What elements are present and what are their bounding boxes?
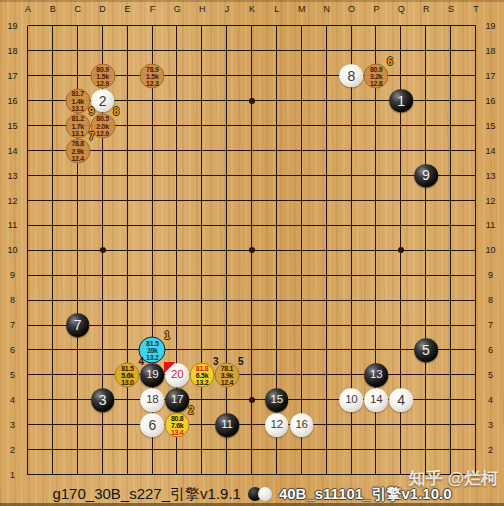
board-cell[interactable]	[339, 88, 364, 113]
board-cell[interactable]	[339, 263, 364, 288]
board-cell[interactable]	[40, 113, 65, 138]
board-cell[interactable]	[264, 338, 289, 363]
board-cell[interactable]	[414, 238, 439, 263]
board-cell[interactable]	[289, 188, 314, 213]
board-cell[interactable]	[165, 263, 190, 288]
board-cell[interactable]	[165, 437, 190, 462]
board-cell[interactable]	[314, 138, 339, 163]
board-cell[interactable]	[314, 263, 339, 288]
board-cell[interactable]	[389, 163, 414, 188]
board-cell[interactable]	[389, 437, 414, 462]
board-cell[interactable]	[239, 437, 264, 462]
board-cell[interactable]: 16	[289, 413, 314, 438]
board-cell[interactable]	[16, 437, 41, 462]
board-cell[interactable]	[264, 238, 289, 263]
board-cell[interactable]	[115, 238, 140, 263]
board-cell[interactable]	[90, 213, 115, 238]
board-cell[interactable]	[115, 113, 140, 138]
board-cell[interactable]	[289, 338, 314, 363]
board-cell[interactable]	[289, 388, 314, 413]
board-cell[interactable]	[463, 363, 488, 388]
board-cell[interactable]	[165, 63, 190, 88]
board-cell[interactable]	[140, 288, 165, 313]
board-cell[interactable]	[115, 388, 140, 413]
board-cell[interactable]	[314, 113, 339, 138]
candidate-move[interactable]: 78.82.9k12.47	[65, 138, 90, 163]
board-cell[interactable]	[40, 413, 65, 438]
board-cell[interactable]	[463, 88, 488, 113]
board-cell[interactable]	[16, 63, 41, 88]
board-cell[interactable]	[215, 163, 240, 188]
board-cell[interactable]	[463, 188, 488, 213]
board-cell[interactable]	[165, 38, 190, 63]
board-cell[interactable]	[463, 138, 488, 163]
board-cell[interactable]	[40, 238, 65, 263]
board-cell[interactable]	[40, 313, 65, 338]
board-cell[interactable]	[414, 138, 439, 163]
board-cell[interactable]	[190, 113, 215, 138]
board-cell[interactable]	[40, 338, 65, 363]
board-cell[interactable]	[339, 188, 364, 213]
board-cell[interactable]	[190, 188, 215, 213]
board-cell[interactable]	[389, 263, 414, 288]
board-cell[interactable]	[438, 213, 463, 238]
board-cell[interactable]	[40, 388, 65, 413]
board-cell[interactable]	[339, 313, 364, 338]
board-cell[interactable]	[314, 88, 339, 113]
board-cell[interactable]	[65, 413, 90, 438]
board-cell[interactable]	[115, 163, 140, 188]
board-cell[interactable]	[438, 38, 463, 63]
board-cell[interactable]	[239, 88, 264, 113]
board-cell[interactable]	[289, 138, 314, 163]
board-cell[interactable]	[215, 14, 240, 39]
candidate-move[interactable]: 81.21.7k13.19	[65, 113, 90, 138]
board-cell[interactable]	[463, 288, 488, 313]
board-cell[interactable]	[40, 437, 65, 462]
board-cell[interactable]	[16, 288, 41, 313]
goban[interactable]: 80.91.5k12.978.91.5k12.3880.93.2k12.8681…	[16, 14, 489, 488]
board-cell[interactable]	[463, 63, 488, 88]
board-cell[interactable]	[40, 138, 65, 163]
board-cell[interactable]	[289, 313, 314, 338]
board-cell[interactable]	[190, 338, 215, 363]
board-cell[interactable]: 5	[414, 338, 439, 363]
board-cell[interactable]	[65, 437, 90, 462]
board-cell[interactable]: 14	[364, 388, 389, 413]
board-cell[interactable]	[65, 238, 90, 263]
board-cell[interactable]: 81.55.6k13.04	[115, 363, 140, 388]
board-cell[interactable]	[289, 238, 314, 263]
board-cell[interactable]	[215, 288, 240, 313]
board-cell[interactable]	[414, 388, 439, 413]
board-cell[interactable]	[414, 38, 439, 63]
board-cell[interactable]	[438, 288, 463, 313]
board-cell[interactable]	[438, 63, 463, 88]
board-cell[interactable]	[414, 113, 439, 138]
board-cell[interactable]	[314, 14, 339, 39]
board-cell[interactable]: 18	[140, 388, 165, 413]
board-cell[interactable]	[314, 388, 339, 413]
board-cell[interactable]: 78.82.9k12.47	[65, 138, 90, 163]
board-cell[interactable]	[165, 113, 190, 138]
board-cell[interactable]	[264, 163, 289, 188]
board-cell[interactable]	[264, 437, 289, 462]
board-cell[interactable]	[339, 213, 364, 238]
board-cell[interactable]	[438, 113, 463, 138]
board-cell[interactable]	[389, 188, 414, 213]
board-cell[interactable]	[289, 63, 314, 88]
board-cell[interactable]	[16, 163, 41, 188]
board-cell[interactable]	[389, 338, 414, 363]
board-cell[interactable]	[364, 188, 389, 213]
board-cell[interactable]	[364, 138, 389, 163]
board-cell[interactable]	[140, 113, 165, 138]
candidate-move[interactable]: 78.91.5k12.3	[140, 63, 165, 88]
board-cell[interactable]	[339, 163, 364, 188]
board-cell[interactable]	[438, 163, 463, 188]
board-cell[interactable]	[165, 14, 190, 39]
board-cell[interactable]	[314, 363, 339, 388]
board-cell[interactable]: 1	[389, 88, 414, 113]
board-cell[interactable]	[190, 288, 215, 313]
board-cell[interactable]	[438, 437, 463, 462]
board-cell[interactable]	[364, 263, 389, 288]
board-cell[interactable]	[264, 188, 289, 213]
board-cell[interactable]	[90, 263, 115, 288]
board-cell[interactable]: 3	[90, 388, 115, 413]
board-cell[interactable]	[215, 437, 240, 462]
board-cell[interactable]: 13	[364, 363, 389, 388]
board-cell[interactable]	[463, 38, 488, 63]
board-cell[interactable]: 6	[140, 413, 165, 438]
candidate-move[interactable]: 80.93.2k12.86	[364, 63, 389, 88]
board-cell[interactable]	[65, 363, 90, 388]
board-cell[interactable]	[414, 63, 439, 88]
board-cell[interactable]	[115, 138, 140, 163]
board-cell[interactable]	[16, 313, 41, 338]
board-cell[interactable]	[115, 288, 140, 313]
board-cell[interactable]	[239, 288, 264, 313]
board-cell[interactable]	[438, 413, 463, 438]
board-cell[interactable]	[314, 188, 339, 213]
board-cell[interactable]	[115, 14, 140, 39]
board-cell[interactable]	[438, 363, 463, 388]
board-cell[interactable]	[140, 163, 165, 188]
board-cell[interactable]	[339, 338, 364, 363]
board-cell[interactable]	[190, 63, 215, 88]
board-cell[interactable]	[115, 263, 140, 288]
board-cell[interactable]: 17	[165, 388, 190, 413]
board-cell[interactable]	[438, 238, 463, 263]
board-cell[interactable]	[239, 313, 264, 338]
board-cell[interactable]	[40, 88, 65, 113]
board-cell[interactable]	[165, 188, 190, 213]
board-cell[interactable]	[16, 213, 41, 238]
board-cell[interactable]	[264, 138, 289, 163]
board-cell[interactable]	[463, 338, 488, 363]
board-cell[interactable]	[239, 388, 264, 413]
board-cell[interactable]	[339, 437, 364, 462]
board-cell[interactable]	[314, 437, 339, 462]
board-cell[interactable]	[190, 413, 215, 438]
board-cell[interactable]	[289, 88, 314, 113]
board-cell[interactable]	[215, 63, 240, 88]
candidate-move[interactable]: 78.13.9k12.45	[214, 363, 239, 388]
board-cell[interactable]: 11	[215, 413, 240, 438]
board-cell[interactable]	[289, 263, 314, 288]
board-cell[interactable]	[389, 313, 414, 338]
board-cell[interactable]	[438, 338, 463, 363]
board-cell[interactable]	[264, 113, 289, 138]
board-cell[interactable]	[364, 338, 389, 363]
board-cell[interactable]	[115, 63, 140, 88]
board-cell[interactable]	[264, 88, 289, 113]
board-cell[interactable]	[414, 88, 439, 113]
board-cell[interactable]	[314, 413, 339, 438]
board-cell[interactable]	[215, 188, 240, 213]
board-cell[interactable]	[90, 363, 115, 388]
board-cell[interactable]	[90, 138, 115, 163]
board-cell[interactable]	[165, 338, 190, 363]
board-cell[interactable]	[438, 388, 463, 413]
board-cell[interactable]: 4	[389, 388, 414, 413]
board-cell[interactable]	[463, 163, 488, 188]
board-cell[interactable]: 20	[165, 363, 190, 388]
board-cell[interactable]: 80.93.2k12.86	[364, 63, 389, 88]
board-cell[interactable]	[289, 38, 314, 63]
board-cell[interactable]	[215, 138, 240, 163]
board-cell[interactable]	[90, 14, 115, 39]
board-cell[interactable]	[16, 388, 41, 413]
board-cell[interactable]	[215, 263, 240, 288]
board-cell[interactable]: 81.86.5k13.23	[190, 363, 215, 388]
board-cell[interactable]	[389, 113, 414, 138]
board-cell[interactable]	[190, 14, 215, 39]
board-cell[interactable]	[90, 288, 115, 313]
board-cell[interactable]	[438, 263, 463, 288]
board-cell[interactable]: 19	[140, 363, 165, 388]
board-cell[interactable]	[414, 14, 439, 39]
board-cell[interactable]	[438, 313, 463, 338]
board-cell[interactable]	[165, 88, 190, 113]
board-cell[interactable]	[438, 188, 463, 213]
board-cell[interactable]	[190, 38, 215, 63]
board-cell[interactable]	[190, 163, 215, 188]
board-cell[interactable]	[65, 163, 90, 188]
board-cell[interactable]: 80.87.6k13.42	[165, 413, 190, 438]
board-cell[interactable]	[438, 138, 463, 163]
board-cell[interactable]	[239, 138, 264, 163]
board-cell[interactable]	[16, 363, 41, 388]
board-cell[interactable]	[190, 238, 215, 263]
board-cell[interactable]	[264, 313, 289, 338]
board-cell[interactable]	[165, 163, 190, 188]
board-cell[interactable]	[314, 238, 339, 263]
board-cell[interactable]	[463, 313, 488, 338]
board-cell[interactable]	[215, 313, 240, 338]
board-cell[interactable]	[414, 363, 439, 388]
board-cell[interactable]	[90, 313, 115, 338]
board-cell[interactable]	[115, 188, 140, 213]
board-cell[interactable]	[239, 188, 264, 213]
board-cell[interactable]	[239, 113, 264, 138]
board-cell[interactable]	[438, 14, 463, 39]
board-cell[interactable]	[40, 38, 65, 63]
board-cell[interactable]	[339, 238, 364, 263]
board-cell[interactable]	[65, 338, 90, 363]
board-cell[interactable]	[264, 263, 289, 288]
board-cell[interactable]	[65, 63, 90, 88]
board-cell[interactable]	[140, 437, 165, 462]
board-cell[interactable]	[389, 288, 414, 313]
board-cell[interactable]	[314, 38, 339, 63]
board-cell[interactable]	[16, 338, 41, 363]
board-cell[interactable]	[339, 413, 364, 438]
board-cell[interactable]: 9	[414, 163, 439, 188]
board-cell[interactable]	[215, 388, 240, 413]
board-cell[interactable]	[16, 38, 41, 63]
board-cell[interactable]	[389, 63, 414, 88]
board-cell[interactable]	[40, 63, 65, 88]
board-cell[interactable]	[414, 437, 439, 462]
board-cell[interactable]	[339, 113, 364, 138]
board-cell[interactable]	[314, 63, 339, 88]
board-cell[interactable]: 10	[339, 388, 364, 413]
board-cell[interactable]	[364, 313, 389, 338]
board-cell[interactable]	[65, 14, 90, 39]
board-cell[interactable]	[190, 138, 215, 163]
board-cell[interactable]	[16, 138, 41, 163]
board-cell[interactable]	[140, 213, 165, 238]
board-cell[interactable]: 12	[264, 413, 289, 438]
board-cell[interactable]	[264, 213, 289, 238]
board-cell[interactable]	[339, 38, 364, 63]
board-cell[interactable]	[215, 88, 240, 113]
board-cell[interactable]	[190, 213, 215, 238]
board-cell[interactable]	[264, 288, 289, 313]
board-cell[interactable]: 81.71.4k13.1	[65, 88, 90, 113]
board-cell[interactable]	[140, 38, 165, 63]
board-cell[interactable]	[16, 88, 41, 113]
board-cell[interactable]	[215, 113, 240, 138]
board-cell[interactable]	[364, 163, 389, 188]
board-cell[interactable]	[389, 213, 414, 238]
board-cell[interactable]	[414, 413, 439, 438]
board-cell[interactable]	[289, 14, 314, 39]
board-cell[interactable]	[314, 338, 339, 363]
board-cell[interactable]	[463, 113, 488, 138]
board-cell[interactable]	[414, 288, 439, 313]
board-cell[interactable]	[264, 14, 289, 39]
board-cell[interactable]	[65, 388, 90, 413]
board-cell[interactable]	[239, 163, 264, 188]
board-cell[interactable]	[414, 213, 439, 238]
board-cell[interactable]	[339, 288, 364, 313]
board-cell[interactable]	[115, 313, 140, 338]
board-cell[interactable]	[16, 238, 41, 263]
board-cell[interactable]	[414, 263, 439, 288]
board-cell[interactable]	[140, 88, 165, 113]
board-cell[interactable]	[165, 213, 190, 238]
board-cell[interactable]	[65, 288, 90, 313]
board-cell[interactable]	[65, 263, 90, 288]
board-cell[interactable]	[90, 338, 115, 363]
board-cell[interactable]	[16, 263, 41, 288]
board-cell[interactable]	[140, 138, 165, 163]
board-cell[interactable]	[264, 63, 289, 88]
board-cell[interactable]	[414, 188, 439, 213]
board-cell[interactable]	[389, 363, 414, 388]
board-cell[interactable]: 8	[339, 63, 364, 88]
board-cell[interactable]	[289, 288, 314, 313]
board-cell[interactable]	[90, 413, 115, 438]
board-cell[interactable]	[190, 88, 215, 113]
board-cell[interactable]	[239, 63, 264, 88]
board-cell[interactable]	[438, 88, 463, 113]
board-cell[interactable]	[289, 113, 314, 138]
board-cell[interactable]	[314, 313, 339, 338]
candidate-move[interactable]: 81.55.6k13.04	[115, 363, 140, 388]
candidate-move[interactable]: 80.87.6k13.42	[165, 412, 190, 437]
board-cell[interactable]: 7	[65, 313, 90, 338]
board-cell[interactable]	[140, 313, 165, 338]
board-cell[interactable]	[364, 213, 389, 238]
board-cell[interactable]	[364, 288, 389, 313]
board-cell[interactable]: 80.91.5k12.9	[90, 63, 115, 88]
board-cell[interactable]	[40, 363, 65, 388]
board-cell[interactable]	[339, 14, 364, 39]
board-cell[interactable]	[364, 38, 389, 63]
board-cell[interactable]	[115, 213, 140, 238]
board-cell[interactable]	[314, 213, 339, 238]
board-cell[interactable]	[339, 363, 364, 388]
board-cell[interactable]	[239, 238, 264, 263]
board-cell[interactable]	[463, 388, 488, 413]
board-cell[interactable]	[389, 14, 414, 39]
board-cell[interactable]	[215, 213, 240, 238]
board-cell[interactable]	[314, 288, 339, 313]
board-cell[interactable]	[463, 213, 488, 238]
board-cell[interactable]	[40, 163, 65, 188]
board-cell[interactable]	[289, 437, 314, 462]
board-cell[interactable]	[463, 14, 488, 39]
board-cell[interactable]	[414, 313, 439, 338]
board-cell[interactable]: 78.91.5k12.3	[140, 63, 165, 88]
board-cell[interactable]	[40, 288, 65, 313]
board-cell[interactable]	[140, 14, 165, 39]
board-cell[interactable]	[65, 38, 90, 63]
board-cell[interactable]: 15	[264, 388, 289, 413]
board-cell[interactable]	[140, 188, 165, 213]
board-cell[interactable]	[40, 188, 65, 213]
board-cell[interactable]	[16, 113, 41, 138]
board-cell[interactable]	[289, 163, 314, 188]
board-cell[interactable]	[463, 263, 488, 288]
board-cell[interactable]	[264, 38, 289, 63]
board-cell[interactable]	[364, 14, 389, 39]
board-cell[interactable]	[65, 188, 90, 213]
board-cell[interactable]	[364, 88, 389, 113]
candidate-move[interactable]: 81.71.4k13.1	[65, 88, 90, 113]
board-cell[interactable]	[364, 238, 389, 263]
board-cell[interactable]	[389, 238, 414, 263]
board-cell[interactable]	[289, 213, 314, 238]
board-cell[interactable]	[239, 14, 264, 39]
board-cell[interactable]	[364, 437, 389, 462]
board-cell[interactable]	[463, 437, 488, 462]
board-cell[interactable]	[364, 113, 389, 138]
